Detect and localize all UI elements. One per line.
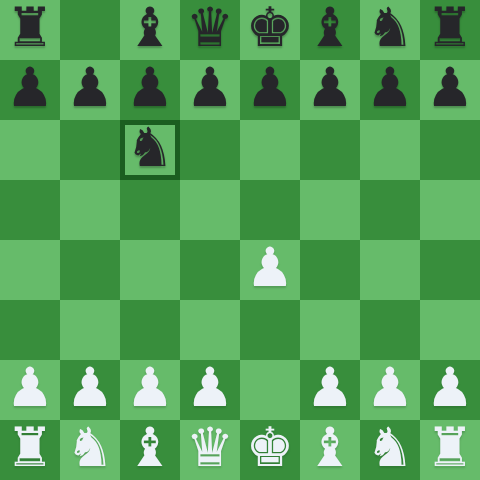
white-pawn-b2[interactable]: ♟ — [66, 358, 114, 418]
square-e1[interactable]: ♚ — [240, 420, 300, 480]
square-h3[interactable] — [420, 300, 480, 360]
square-d2[interactable]: ♟ — [180, 360, 240, 420]
black-knight-c6[interactable]: ♞ — [126, 118, 174, 178]
white-bishop-c1[interactable]: ♝ — [126, 418, 174, 478]
black-pawn-a7[interactable]: ♟ — [6, 58, 54, 118]
white-pawn-e4[interactable]: ♟ — [246, 238, 294, 298]
square-c4[interactable] — [120, 240, 180, 300]
square-e3[interactable] — [240, 300, 300, 360]
black-pawn-c7[interactable]: ♟ — [126, 58, 174, 118]
square-e8[interactable]: ♚ — [240, 0, 300, 60]
black-pawn-b7[interactable]: ♟ — [66, 58, 114, 118]
square-d6[interactable] — [180, 120, 240, 180]
square-a1[interactable]: ♜ — [0, 420, 60, 480]
square-g3[interactable] — [360, 300, 420, 360]
black-bishop-f8[interactable]: ♝ — [306, 0, 354, 58]
square-b2[interactable]: ♟ — [60, 360, 120, 420]
black-bishop-c8[interactable]: ♝ — [126, 0, 174, 58]
square-e5[interactable] — [240, 180, 300, 240]
black-queen-d8[interactable]: ♛ — [186, 0, 234, 58]
square-h2[interactable]: ♟ — [420, 360, 480, 420]
white-pawn-h2[interactable]: ♟ — [426, 358, 474, 418]
chess-board-container: ♜♝♛♚♝♞♜♟♟♟♟♟♟♟♟♞♟♟♟♟♟♟♟♟♜♞♝♛♚♝♞♜ — [0, 0, 480, 480]
square-h1[interactable]: ♜ — [420, 420, 480, 480]
white-pawn-c2[interactable]: ♟ — [126, 358, 174, 418]
black-knight-g8[interactable]: ♞ — [366, 0, 414, 58]
square-b7[interactable]: ♟ — [60, 60, 120, 120]
square-g1[interactable]: ♞ — [360, 420, 420, 480]
square-a6[interactable] — [0, 120, 60, 180]
square-h4[interactable] — [420, 240, 480, 300]
square-e4[interactable]: ♟ — [240, 240, 300, 300]
white-knight-b1[interactable]: ♞ — [66, 418, 114, 478]
square-d7[interactable]: ♟ — [180, 60, 240, 120]
square-c3[interactable] — [120, 300, 180, 360]
square-a2[interactable]: ♟ — [0, 360, 60, 420]
square-b6[interactable] — [60, 120, 120, 180]
square-a4[interactable] — [0, 240, 60, 300]
square-g8[interactable]: ♞ — [360, 0, 420, 60]
white-pawn-d2[interactable]: ♟ — [186, 358, 234, 418]
white-rook-a1[interactable]: ♜ — [6, 418, 54, 478]
square-a3[interactable] — [0, 300, 60, 360]
square-d4[interactable] — [180, 240, 240, 300]
black-rook-h8[interactable]: ♜ — [426, 0, 474, 58]
square-b1[interactable]: ♞ — [60, 420, 120, 480]
chess-board: ♜♝♛♚♝♞♜♟♟♟♟♟♟♟♟♞♟♟♟♟♟♟♟♟♜♞♝♛♚♝♞♜ — [0, 0, 480, 480]
square-d8[interactable]: ♛ — [180, 0, 240, 60]
square-c5[interactable] — [120, 180, 180, 240]
square-c1[interactable]: ♝ — [120, 420, 180, 480]
square-b5[interactable] — [60, 180, 120, 240]
square-c7[interactable]: ♟ — [120, 60, 180, 120]
white-queen-d1[interactable]: ♛ — [186, 418, 234, 478]
square-f8[interactable]: ♝ — [300, 0, 360, 60]
square-f5[interactable] — [300, 180, 360, 240]
square-h6[interactable] — [420, 120, 480, 180]
square-a7[interactable]: ♟ — [0, 60, 60, 120]
black-pawn-d7[interactable]: ♟ — [186, 58, 234, 118]
square-f3[interactable] — [300, 300, 360, 360]
square-g2[interactable]: ♟ — [360, 360, 420, 420]
square-g4[interactable] — [360, 240, 420, 300]
square-c6[interactable]: ♞ — [120, 120, 180, 180]
square-d3[interactable] — [180, 300, 240, 360]
white-pawn-a2[interactable]: ♟ — [6, 358, 54, 418]
white-bishop-f1[interactable]: ♝ — [306, 418, 354, 478]
square-e7[interactable]: ♟ — [240, 60, 300, 120]
square-b4[interactable] — [60, 240, 120, 300]
square-b8[interactable] — [60, 0, 120, 60]
square-h7[interactable]: ♟ — [420, 60, 480, 120]
white-pawn-f2[interactable]: ♟ — [306, 358, 354, 418]
square-a8[interactable]: ♜ — [0, 0, 60, 60]
square-h5[interactable] — [420, 180, 480, 240]
square-e2[interactable] — [240, 360, 300, 420]
square-e6[interactable] — [240, 120, 300, 180]
square-b3[interactable] — [60, 300, 120, 360]
square-g5[interactable] — [360, 180, 420, 240]
black-pawn-e7[interactable]: ♟ — [246, 58, 294, 118]
square-c8[interactable]: ♝ — [120, 0, 180, 60]
black-rook-a8[interactable]: ♜ — [6, 0, 54, 58]
square-f7[interactable]: ♟ — [300, 60, 360, 120]
white-king-e1[interactable]: ♚ — [246, 418, 294, 478]
square-f4[interactable] — [300, 240, 360, 300]
square-d1[interactable]: ♛ — [180, 420, 240, 480]
square-d5[interactable] — [180, 180, 240, 240]
black-pawn-f7[interactable]: ♟ — [306, 58, 354, 118]
square-f1[interactable]: ♝ — [300, 420, 360, 480]
black-pawn-h7[interactable]: ♟ — [426, 58, 474, 118]
square-g6[interactable] — [360, 120, 420, 180]
square-c2[interactable]: ♟ — [120, 360, 180, 420]
square-g7[interactable]: ♟ — [360, 60, 420, 120]
square-a5[interactable] — [0, 180, 60, 240]
white-pawn-g2[interactable]: ♟ — [366, 358, 414, 418]
white-knight-g1[interactable]: ♞ — [366, 418, 414, 478]
black-pawn-g7[interactable]: ♟ — [366, 58, 414, 118]
white-rook-h1[interactable]: ♜ — [426, 418, 474, 478]
square-h8[interactable]: ♜ — [420, 0, 480, 60]
square-f6[interactable] — [300, 120, 360, 180]
black-king-e8[interactable]: ♚ — [246, 0, 294, 58]
square-f2[interactable]: ♟ — [300, 360, 360, 420]
